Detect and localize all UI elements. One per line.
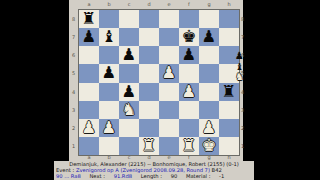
white-pawn-piece: ♟ xyxy=(162,64,177,82)
white-pawn-piece: ♟ xyxy=(82,119,97,137)
rank-label-2: 2 xyxy=(239,119,246,137)
square-h8 xyxy=(219,10,239,28)
square-h1 xyxy=(219,137,239,155)
square-d7 xyxy=(139,28,159,46)
square-d6 xyxy=(139,46,159,64)
square-e7 xyxy=(159,28,179,46)
square-c4: ♟ xyxy=(119,83,139,101)
file-label-g: g xyxy=(199,1,219,8)
square-c3: ♞ xyxy=(119,101,139,119)
rank-label-6: 6 xyxy=(70,46,77,64)
chess-board: ♜♟♝♚♟♟♟♟♟♟♟♜♞♟♟♟♜♜♚ xyxy=(78,9,240,156)
square-d5 xyxy=(139,64,159,82)
square-c7 xyxy=(119,28,139,46)
black-rook-piece: ♜ xyxy=(82,10,97,28)
square-e4 xyxy=(159,83,179,101)
white-knight-piece: ♞ xyxy=(122,101,137,119)
square-e3 xyxy=(159,101,179,119)
rank-label-2: 2 xyxy=(70,119,77,137)
length-label: Length : xyxy=(141,173,162,179)
square-e1 xyxy=(159,137,179,155)
square-f4: ♟ xyxy=(179,83,199,101)
rank-labels-right: 87654321 xyxy=(239,10,246,155)
square-h3 xyxy=(219,101,239,119)
square-e2 xyxy=(159,119,179,137)
rank-label-7: 7 xyxy=(239,28,246,46)
square-f7: ♚ xyxy=(179,28,199,46)
square-f8 xyxy=(179,10,199,28)
square-a4 xyxy=(79,83,99,101)
white-pawn-piece: ♟ xyxy=(202,119,217,137)
material-imbalance-tray: ♟♝♞ xyxy=(234,51,245,83)
square-h7 xyxy=(219,28,239,46)
square-c6: ♟ xyxy=(119,46,139,64)
square-b6 xyxy=(99,46,119,64)
square-b5: ♟ xyxy=(99,64,119,82)
material-label: Material : xyxy=(186,173,210,179)
game-info-panel: Demianjuk, Alexander (2215) -- Bonhomiqu… xyxy=(54,161,254,180)
rank-label-4: 4 xyxy=(239,83,246,101)
square-f2 xyxy=(179,119,199,137)
square-a1 xyxy=(79,137,99,155)
last-move: 90 ... Ra8 xyxy=(56,173,81,179)
square-g8 xyxy=(199,10,219,28)
square-e6 xyxy=(159,46,179,64)
square-c8 xyxy=(119,10,139,28)
rank-label-1: 1 xyxy=(70,137,77,155)
square-b7: ♝ xyxy=(99,28,119,46)
square-h4: ♜ xyxy=(219,83,239,101)
square-f5 xyxy=(179,64,199,82)
square-a8: ♜ xyxy=(79,10,99,28)
square-d2 xyxy=(139,119,159,137)
square-a6 xyxy=(79,46,99,64)
square-b2: ♟ xyxy=(99,119,119,137)
square-b4 xyxy=(99,83,119,101)
rank-label-1: 1 xyxy=(239,137,246,155)
square-g3 xyxy=(199,101,219,119)
square-a5 xyxy=(79,64,99,82)
rank-label-7: 7 xyxy=(70,28,77,46)
square-g7: ♟ xyxy=(199,28,219,46)
square-g1: ♚ xyxy=(199,137,219,155)
file-labels-top: abcdefgh xyxy=(79,1,239,8)
rank-label-8: 8 xyxy=(239,10,246,28)
black-pawn-piece: ♟ xyxy=(122,46,137,64)
file-label-f: f xyxy=(179,1,199,8)
rank-label-8: 8 xyxy=(70,10,77,28)
white-pawn-piece: ♟ xyxy=(102,119,117,137)
rank-label-3: 3 xyxy=(70,101,77,119)
black-pawn-piece: ♟ xyxy=(122,83,137,101)
square-d3 xyxy=(139,101,159,119)
next-label: Next : xyxy=(89,173,104,179)
event-link[interactable]: Zvenigorod op A (Zvenigorod 2008.09.28, … xyxy=(76,167,210,173)
tray-white-knight-icon: ♞ xyxy=(235,72,244,83)
file-label-a: a xyxy=(79,1,99,8)
black-pawn-piece: ♟ xyxy=(202,28,217,46)
white-pawn-piece: ♟ xyxy=(182,83,197,101)
square-f3 xyxy=(179,101,199,119)
square-h2 xyxy=(219,119,239,137)
black-rook-piece: ♜ xyxy=(222,83,237,101)
square-d1: ♜ xyxy=(139,137,159,155)
next-move: 91.Rd8 xyxy=(114,173,132,179)
file-label-c: c xyxy=(119,1,139,8)
rank-label-5: 5 xyxy=(70,64,77,82)
square-b8 xyxy=(99,10,119,28)
square-g6 xyxy=(199,46,219,64)
white-king-piece: ♚ xyxy=(202,137,217,155)
black-bishop-piece: ♝ xyxy=(102,28,117,46)
eco-code: B42 xyxy=(212,167,222,173)
square-a7: ♟ xyxy=(79,28,99,46)
square-b1 xyxy=(99,137,119,155)
square-g5 xyxy=(199,64,219,82)
file-label-e: e xyxy=(159,1,179,8)
white-rook-piece: ♜ xyxy=(142,137,157,155)
black-pawn-piece: ♟ xyxy=(182,46,197,64)
square-a3 xyxy=(79,101,99,119)
square-e8 xyxy=(159,10,179,28)
black-pawn-piece: ♟ xyxy=(82,28,97,46)
square-c2 xyxy=(119,119,139,137)
square-a2: ♟ xyxy=(79,119,99,137)
material-value: -1 xyxy=(219,173,224,179)
square-g4 xyxy=(199,83,219,101)
square-e5: ♟ xyxy=(159,64,179,82)
black-pawn-piece: ♟ xyxy=(102,64,117,82)
file-label-h: h xyxy=(219,1,239,8)
square-c1 xyxy=(119,137,139,155)
square-d8 xyxy=(139,10,159,28)
file-label-b: b xyxy=(99,1,119,8)
square-c5 xyxy=(119,64,139,82)
rank-labels-left: 87654321 xyxy=(70,10,77,155)
rank-label-4: 4 xyxy=(70,83,77,101)
square-b3 xyxy=(99,101,119,119)
square-g2: ♟ xyxy=(199,119,219,137)
square-d4 xyxy=(139,83,159,101)
length-value: 90 xyxy=(171,173,178,179)
tray-black-pawn-icon: ♟ xyxy=(235,51,244,62)
square-f1: ♜ xyxy=(179,137,199,155)
white-rook-piece: ♜ xyxy=(182,137,197,155)
rank-label-3: 3 xyxy=(239,101,246,119)
black-king-piece: ♚ xyxy=(182,28,197,46)
move-status-line: 90 ... Ra8 Next : 91.Rd8 Length : 90 Mat… xyxy=(54,174,254,180)
file-label-d: d xyxy=(139,1,159,8)
video-frame: abcdefgh abcdefgh 87654321 87654321 ♜♟♝♚… xyxy=(0,0,320,180)
square-f6: ♟ xyxy=(179,46,199,64)
